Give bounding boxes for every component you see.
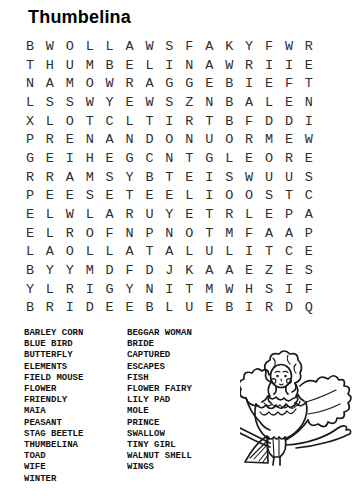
grid-cell: E: [299, 56, 319, 75]
grid-cell: W: [239, 168, 259, 187]
word-list-item: PRINCE: [127, 418, 192, 429]
grid-cell: O: [80, 74, 100, 93]
grid-cell: I: [279, 56, 299, 75]
word-list-item: FIELD MOUSE: [24, 373, 83, 384]
leaf-line: [286, 426, 351, 448]
word-list-item: TOAD: [24, 451, 83, 462]
grid-cell: T: [199, 205, 219, 224]
grid-cell: E: [259, 74, 279, 93]
grid-cell: T: [159, 168, 179, 187]
word-list-item: BLUE BIRD: [24, 339, 83, 350]
grid-cell: A: [140, 74, 160, 93]
grid-cell: E: [299, 243, 319, 262]
grid-cell: G: [179, 74, 199, 93]
letter-grid: BWOLLAWSFAKYFWRTHUMBELINAWRIIENAMOWRAGGE…: [20, 37, 319, 317]
word-list-item: SWALLOW: [127, 429, 192, 440]
grid-cell: U: [199, 243, 219, 262]
grid-cell: X: [20, 112, 40, 131]
grid-cell: Y: [40, 261, 60, 280]
grid-cell: P: [279, 205, 299, 224]
grid-cell: E: [100, 299, 120, 318]
word-list-item: LILY PAD: [127, 395, 192, 406]
word-list-item: WINGS: [127, 462, 192, 473]
grid-cell: E: [60, 187, 80, 206]
grid-cell: U: [259, 168, 279, 187]
fairy-eye: [276, 375, 279, 378]
grid-cell: T: [140, 112, 160, 131]
grid-cell: T: [259, 243, 279, 262]
grid-cell: D: [279, 112, 299, 131]
grid-cell: N: [299, 93, 319, 112]
grid-cell: O: [60, 112, 80, 131]
grid-cell: E: [120, 93, 140, 112]
grid-cell: U: [179, 299, 199, 318]
grid-cell: Y: [239, 37, 259, 56]
grid-cell: D: [140, 130, 160, 149]
grid-cell: L: [120, 112, 140, 131]
grid-cell: L: [159, 299, 179, 318]
grid-cell: I: [279, 280, 299, 299]
grid-cell: A: [120, 37, 140, 56]
grid-cell: W: [279, 37, 299, 56]
grid-cell: G: [159, 74, 179, 93]
grid-cell: F: [120, 261, 140, 280]
word-list-item: WINTER: [24, 474, 83, 485]
grid-cell: M: [259, 130, 279, 149]
grid-cell: R: [20, 168, 40, 187]
grid-cell: E: [279, 93, 299, 112]
grid-cell: L: [219, 149, 239, 168]
grid-cell: T: [179, 280, 199, 299]
grid-cell: S: [159, 93, 179, 112]
grid-cell: R: [239, 130, 259, 149]
word-list-item: MOLE: [127, 406, 192, 417]
grid-cell: W: [100, 74, 120, 93]
grid-cell: A: [120, 243, 140, 262]
grid-cell: N: [120, 224, 140, 243]
grid-cell: L: [40, 280, 60, 299]
grid-cell: O: [159, 130, 179, 149]
grid-cell: L: [20, 243, 40, 262]
grid-cell: Q: [299, 299, 319, 318]
grid-cell: L: [20, 93, 40, 112]
grid-cell: J: [159, 261, 179, 280]
word-list-item: ELEMENTS: [24, 362, 83, 373]
grid-cell: C: [100, 112, 120, 131]
grid-cell: R: [60, 224, 80, 243]
grid-cell: E: [279, 130, 299, 149]
grid-cell: B: [140, 299, 160, 318]
grid-cell: L: [179, 243, 199, 262]
grid-cell: Y: [120, 168, 140, 187]
grid-cell: E: [199, 299, 219, 318]
grid-cell: L: [80, 37, 100, 56]
grid-cell: E: [259, 205, 279, 224]
grid-cell: E: [120, 56, 140, 75]
word-list-item: THUMBELINA: [24, 440, 83, 451]
grid-cell: N: [120, 130, 140, 149]
grid-cell: G: [120, 149, 140, 168]
grid-cell: F: [299, 280, 319, 299]
grid-cell: R: [40, 168, 60, 187]
grid-cell: E: [199, 74, 219, 93]
grid-cell: B: [20, 261, 40, 280]
grid-cell: Z: [259, 261, 279, 280]
grid-cell: T: [140, 243, 160, 262]
grid-cell: D: [279, 299, 299, 318]
grid-cell: O: [60, 37, 80, 56]
grid-cell: M: [80, 168, 100, 187]
grid-cell: I: [199, 168, 219, 187]
word-list-item: FLOWER: [24, 384, 83, 395]
grid-cell: M: [199, 280, 219, 299]
fairy-hair-strand: [268, 382, 271, 403]
grid-cell: O: [179, 224, 199, 243]
flower-cup: [255, 404, 269, 439]
grid-cell: E: [20, 205, 40, 224]
grid-cell: W: [140, 93, 160, 112]
grid-cell: L: [80, 243, 100, 262]
grid-cell: F: [100, 224, 120, 243]
grid-cell: B: [219, 74, 239, 93]
grid-cell: A: [239, 93, 259, 112]
grid-cell: A: [60, 168, 80, 187]
grid-cell: O: [239, 187, 259, 206]
grid-cell: Z: [179, 93, 199, 112]
grid-cell: G: [199, 149, 219, 168]
grid-cell: L: [239, 205, 259, 224]
grid-cell: I: [199, 187, 219, 206]
grid-cell: E: [100, 187, 120, 206]
grid-cell: L: [179, 187, 199, 206]
grid-cell: P: [20, 187, 40, 206]
grid-cell: R: [40, 299, 60, 318]
grid-cell: F: [259, 37, 279, 56]
fairy-mouth: [280, 379, 284, 385]
grid-cell: A: [299, 205, 319, 224]
grid-cell: P: [299, 224, 319, 243]
grid-cell: M: [60, 74, 80, 93]
grid-cell: C: [299, 187, 319, 206]
grid-cell: U: [199, 130, 219, 149]
grid-cell: S: [159, 37, 179, 56]
grid-cell: Y: [120, 280, 140, 299]
grid-cell: T: [279, 187, 299, 206]
cup-inner-rim: [260, 409, 296, 415]
grid-cell: S: [80, 187, 100, 206]
grid-cell: A: [100, 130, 120, 149]
grid-cell: T: [80, 112, 100, 131]
grid-cell: Y: [20, 280, 40, 299]
grid-cell: U: [279, 168, 299, 187]
word-list-left: BARLEY CORNBLUE BIRDBUTTERFLYELEMENTSFIE…: [24, 328, 83, 485]
grid-cell: L: [40, 205, 60, 224]
grid-cell: N: [159, 224, 179, 243]
grid-cell: T: [120, 187, 140, 206]
grid-cell: A: [219, 261, 239, 280]
grid-cell: D: [80, 299, 100, 318]
grid-cell: W: [60, 205, 80, 224]
word-list-item: MAIA: [24, 406, 83, 417]
grid-cell: T: [199, 112, 219, 131]
grid-cell: S: [219, 168, 239, 187]
grid-cell: M: [80, 261, 100, 280]
grid-cell: L: [259, 93, 279, 112]
grid-cell: A: [159, 243, 179, 262]
grid-cell: N: [140, 280, 160, 299]
grid-cell: T: [179, 149, 199, 168]
fairy-face: [271, 365, 292, 388]
calyx-stripes: [273, 439, 279, 456]
grid-cell: F: [179, 37, 199, 56]
word-list-item: FLOWER FAIRY: [127, 384, 192, 395]
grid-cell: L: [219, 243, 239, 262]
grid-cell: E: [179, 205, 199, 224]
grid-cell: B: [219, 299, 239, 318]
grid-cell: G: [100, 280, 120, 299]
grid-cell: G: [20, 149, 40, 168]
word-list-item: STAG BEETLE: [24, 429, 83, 440]
grid-cell: A: [259, 224, 279, 243]
grid-cell: W: [219, 280, 239, 299]
grid-cell: N: [20, 74, 40, 93]
grid-cell: A: [199, 261, 219, 280]
grid-cell: I: [239, 243, 259, 262]
grid-cell: H: [239, 280, 259, 299]
grid-cell: I: [259, 56, 279, 75]
grid-cell: W: [299, 130, 319, 149]
grid-cell: S: [40, 93, 60, 112]
bodice-ruffle: [268, 395, 298, 401]
grid-cell: Y: [100, 93, 120, 112]
grid-cell: M: [219, 224, 239, 243]
grid-cell: C: [140, 149, 160, 168]
grid-cell: E: [279, 261, 299, 280]
grid-cell: I: [60, 299, 80, 318]
word-list-item: WALNUT SHELL: [127, 451, 192, 462]
grid-cell: U: [60, 56, 80, 75]
grid-cell: E: [40, 187, 60, 206]
grid-cell: R: [279, 149, 299, 168]
grid-cell: M: [80, 56, 100, 75]
grid-cell: T: [20, 56, 40, 75]
grid-cell: Y: [60, 261, 80, 280]
grid-cell: D: [259, 112, 279, 131]
grid-cell: E: [140, 187, 160, 206]
grid-cell: O: [259, 149, 279, 168]
grid-cell: R: [120, 205, 140, 224]
grid-cell: R: [259, 299, 279, 318]
grid-cell: E: [100, 149, 120, 168]
grid-cell: D: [140, 261, 160, 280]
grid-cell: R: [299, 37, 319, 56]
grid-cell: N: [159, 149, 179, 168]
grid-cell: I: [239, 74, 259, 93]
grid-cell: A: [100, 205, 120, 224]
word-list-item: BARLEY CORN: [24, 328, 83, 339]
grid-cell: L: [40, 224, 60, 243]
word-list-item: FRIENDLY: [24, 395, 83, 406]
word-list-right: BEGGAR WOMANBRIDECAPTUREDESCAPESFISHFLOW…: [127, 328, 192, 474]
grid-cell: B: [100, 56, 120, 75]
grid-cell: S: [100, 168, 120, 187]
word-list-item: BRIDE: [127, 339, 192, 350]
grid-cell: Y: [159, 205, 179, 224]
grid-cell: L: [80, 205, 100, 224]
grid-cell: N: [80, 130, 100, 149]
grid-cell: O: [80, 224, 100, 243]
grid-cell: F: [239, 112, 259, 131]
grid-cell: L: [100, 243, 120, 262]
grid-cell: O: [60, 243, 80, 262]
petal-right-vein: [306, 390, 336, 402]
grid-cell: E: [299, 149, 319, 168]
grid-cell: N: [179, 130, 199, 149]
grid-cell: A: [40, 74, 60, 93]
grid-cell: H: [40, 56, 60, 75]
grid-cell: S: [259, 280, 279, 299]
word-list-item: BEGGAR WOMAN: [127, 328, 192, 339]
grid-cell: I: [159, 112, 179, 131]
grid-cell: P: [20, 130, 40, 149]
grid-cell: L: [40, 112, 60, 131]
grid-cell: A: [199, 37, 219, 56]
grid-cell: W: [40, 37, 60, 56]
stem: [273, 457, 280, 465]
grid-cell: W: [140, 37, 160, 56]
grid-cell: E: [60, 130, 80, 149]
fairy-hair-waves: [273, 355, 296, 373]
grid-cell: C: [279, 243, 299, 262]
grid-cell: I: [299, 112, 319, 131]
grid-cell: O: [219, 187, 239, 206]
grid-cell: I: [80, 280, 100, 299]
grid-cell: B: [219, 112, 239, 131]
grid-cell: T: [199, 224, 219, 243]
word-list-item: ESCAPES: [127, 362, 192, 373]
grid-cell: E: [40, 149, 60, 168]
grid-cell: A: [40, 243, 60, 262]
grid-cell: W: [219, 56, 239, 75]
grid-cell: R: [60, 280, 80, 299]
grid-cell: R: [40, 130, 60, 149]
thumbelina-fairy-illustration: [240, 342, 354, 500]
word-list-item: PEASANT: [24, 418, 83, 429]
grid-cell: E: [179, 168, 199, 187]
grid-cell: B: [20, 37, 40, 56]
grid-cell: I: [159, 56, 179, 75]
grid-cell: I: [159, 280, 179, 299]
grid-cell: E: [239, 261, 259, 280]
page-title: Thumbelina: [28, 7, 131, 28]
grid-cell: S: [299, 168, 319, 187]
grid-cell: B: [140, 168, 160, 187]
grid-cell: E: [20, 224, 40, 243]
grid-cell: N: [199, 93, 219, 112]
word-list-item: BUTTERFLY: [24, 350, 83, 361]
grid-cell: S: [259, 187, 279, 206]
grid-cell: B: [219, 93, 239, 112]
grid-cell: R: [120, 74, 140, 93]
grid-cell: F: [239, 224, 259, 243]
grid-cell: H: [80, 149, 100, 168]
word-list-item: TINY GIRL: [127, 440, 192, 451]
fairy-eye: [284, 375, 287, 378]
grid-cell: I: [60, 149, 80, 168]
grid-cell: I: [239, 299, 259, 318]
grid-cell: K: [179, 261, 199, 280]
word-list-item: FISH: [127, 373, 192, 384]
grid-cell: P: [140, 224, 160, 243]
grid-cell: S: [60, 93, 80, 112]
grid-cell: D: [100, 261, 120, 280]
petal-right-vein: [308, 404, 340, 414]
grid-cell: W: [80, 93, 100, 112]
grid-cell: R: [239, 56, 259, 75]
grid-cell: R: [219, 205, 239, 224]
grid-cell: A: [279, 224, 299, 243]
grid-cell: E: [120, 299, 140, 318]
grid-cell: B: [20, 299, 40, 318]
grid-cell: R: [179, 112, 199, 131]
word-list-item: WIFE: [24, 462, 83, 473]
word-list-item: CAPTURED: [127, 350, 192, 361]
grid-cell: F: [279, 74, 299, 93]
fairy-brows: [275, 371, 288, 372]
grid-cell: L: [140, 56, 160, 75]
calyx-rim: [268, 437, 285, 439]
grid-cell: L: [100, 37, 120, 56]
grid-cell: T: [299, 74, 319, 93]
grid-cell: A: [199, 56, 219, 75]
grid-cell: O: [219, 130, 239, 149]
grid-cell: E: [239, 149, 259, 168]
grid-cell: U: [140, 205, 160, 224]
grid-cell: S: [299, 261, 319, 280]
grid-cell: K: [219, 37, 239, 56]
grass-hatching: [250, 441, 268, 462]
grid-cell: E: [159, 187, 179, 206]
grid-cell: N: [179, 56, 199, 75]
